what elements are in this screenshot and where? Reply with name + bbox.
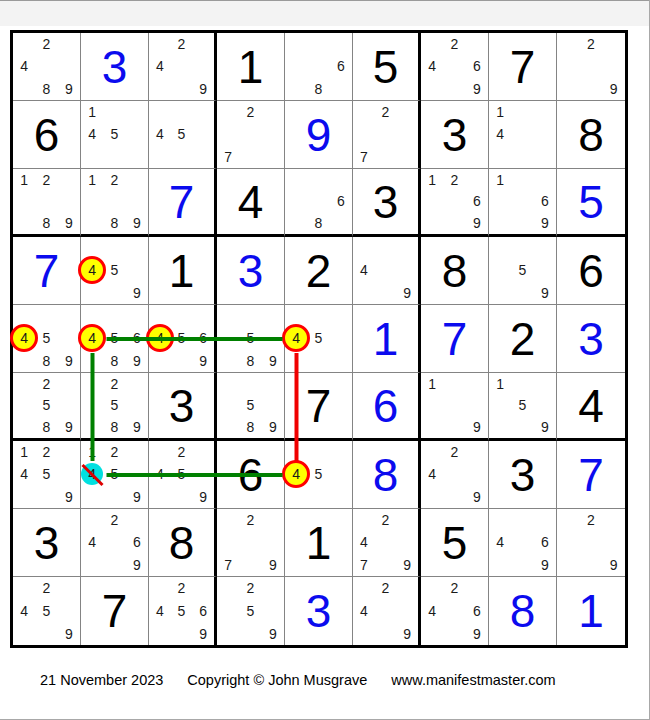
- pencil-marks: 249: [353, 577, 418, 645]
- cell-r8c6[interactable]: 2479: [353, 509, 421, 577]
- candidate-4: 4: [81, 463, 103, 485]
- candidate-5: 5: [171, 600, 193, 623]
- cell-r1c1[interactable]: 2489: [13, 33, 81, 101]
- empty-candidate-slot: [126, 191, 148, 213]
- solved-digit-7: 7: [149, 169, 214, 234]
- empty-candidate-slot: [396, 101, 418, 123]
- empty-candidate-slot: [396, 237, 418, 259]
- empty-candidate-slot: [217, 123, 239, 145]
- empty-candidate-slot: [192, 463, 214, 485]
- empty-candidate-slot: [103, 486, 125, 508]
- empty-candidate-slot: [580, 55, 603, 77]
- empty-candidate-slot: [489, 237, 511, 259]
- cell-r8c4[interactable]: 279: [217, 509, 285, 577]
- pencil-marks: 12459: [81, 441, 148, 508]
- empty-candidate-slot: [217, 305, 239, 327]
- candidate-4: 4: [353, 600, 375, 623]
- empty-candidate-slot: [262, 305, 284, 327]
- empty-candidate-slot: [396, 600, 418, 623]
- cell-r2c4[interactable]: 27: [217, 101, 285, 169]
- empty-candidate-slot: [511, 146, 533, 168]
- empty-candidate-slot: [396, 123, 418, 145]
- candidate-9: 9: [192, 78, 214, 100]
- cell-r3c9[interactable]: 5: [557, 169, 625, 237]
- candidate-2: 2: [239, 101, 261, 123]
- solved-digit-1: 1: [353, 305, 418, 372]
- cell-r2c2[interactable]: 145: [81, 101, 149, 169]
- candidate-8: 8: [103, 416, 125, 438]
- empty-candidate-slot: [13, 350, 35, 372]
- cell-r2c5[interactable]: 9: [285, 101, 353, 169]
- empty-candidate-slot: [330, 441, 352, 463]
- given-digit-3: 3: [421, 101, 488, 168]
- pencil-marks: 2479: [353, 509, 418, 576]
- cell-r1c2[interactable]: 3: [81, 33, 149, 101]
- empty-candidate-slot: [602, 55, 625, 77]
- empty-candidate-slot: [149, 146, 171, 168]
- empty-candidate-slot: [396, 259, 418, 281]
- empty-candidate-slot: [285, 33, 307, 55]
- cell-r4c8[interactable]: 59: [489, 237, 557, 305]
- pencil-marks: 29: [557, 33, 625, 100]
- cell-r3c5[interactable]: 68: [285, 169, 353, 237]
- sudoku-app-page: { "game": "sudoku", "position": ".3.1.5.…: [0, 0, 650, 720]
- empty-candidate-slot: [580, 78, 603, 100]
- empty-candidate-slot: [217, 350, 239, 372]
- empty-candidate-slot: [580, 554, 603, 576]
- candidate-5: 5: [35, 463, 57, 485]
- cell-r6c4[interactable]: 589: [217, 373, 285, 441]
- candidate-4: 4: [149, 123, 171, 145]
- empty-candidate-slot: [511, 509, 533, 531]
- cell-r2c3[interactable]: 45: [149, 101, 217, 169]
- candidate-4: 4: [81, 327, 103, 349]
- cell-r5c8[interactable]: 2: [489, 305, 557, 373]
- footer-website: www.manifestmaster.com: [391, 672, 555, 688]
- candidate-6: 6: [192, 327, 214, 349]
- empty-candidate-slot: [58, 169, 80, 191]
- cell-r1c5[interactable]: 68: [285, 33, 353, 101]
- empty-candidate-slot: [580, 531, 603, 553]
- empty-candidate-slot: [81, 486, 103, 508]
- candidate-9: 9: [58, 212, 80, 234]
- candidate-2: 2: [375, 509, 397, 531]
- empty-candidate-slot: [285, 55, 307, 77]
- empty-candidate-slot: [58, 33, 80, 55]
- pencil-marks: 59: [489, 237, 556, 304]
- empty-candidate-slot: [511, 212, 533, 234]
- empty-candidate-slot: [375, 282, 397, 304]
- empty-candidate-slot: [217, 327, 239, 349]
- candidate-2: 2: [35, 577, 57, 600]
- empty-candidate-slot: [489, 554, 511, 576]
- pencil-marks: 4569: [149, 305, 214, 372]
- cell-r8c3[interactable]: 8: [149, 509, 217, 577]
- candidate-9: 9: [192, 350, 214, 372]
- empty-candidate-slot: [239, 531, 261, 553]
- candidate-4: 4: [285, 327, 307, 349]
- candidate-9: 9: [466, 78, 488, 100]
- empty-candidate-slot: [307, 441, 329, 463]
- candidate-5: 5: [511, 395, 533, 417]
- pencil-marks: 19: [421, 373, 488, 438]
- candidate-4: 4: [13, 55, 35, 77]
- empty-candidate-slot: [557, 509, 580, 531]
- empty-candidate-slot: [511, 101, 533, 123]
- candidate-5: 5: [35, 600, 57, 623]
- empty-candidate-slot: [375, 531, 397, 553]
- candidate-2: 2: [103, 441, 125, 463]
- candidate-5: 5: [511, 259, 533, 281]
- cell-r8c1[interactable]: 3: [13, 509, 81, 577]
- empty-candidate-slot: [511, 191, 533, 213]
- candidate-2: 2: [239, 577, 261, 600]
- empty-candidate-slot: [149, 486, 171, 508]
- candidate-9: 9: [466, 212, 488, 234]
- empty-candidate-slot: [262, 327, 284, 349]
- cell-r9c3[interactable]: 24569: [149, 577, 217, 645]
- cell-r5c9[interactable]: 3: [557, 305, 625, 373]
- cell-r6c3[interactable]: 3: [149, 373, 217, 441]
- pencil-marks: 2469: [421, 33, 488, 100]
- empty-candidate-slot: [149, 350, 171, 372]
- cell-r4c9[interactable]: 6: [557, 237, 625, 305]
- cell-r7c6[interactable]: 8: [353, 441, 421, 509]
- empty-candidate-slot: [13, 191, 35, 213]
- cell-r4c7[interactable]: 8: [421, 237, 489, 305]
- candidate-9: 9: [602, 554, 625, 576]
- cell-r8c2[interactable]: 2469: [81, 509, 149, 577]
- empty-candidate-slot: [534, 373, 556, 395]
- cell-r8c5[interactable]: 1: [285, 509, 353, 577]
- cell-r7c7[interactable]: 249: [421, 441, 489, 509]
- cell-r5c7[interactable]: 7: [421, 305, 489, 373]
- cell-r9c2[interactable]: 7: [81, 577, 149, 645]
- cell-r6c8[interactable]: 159: [489, 373, 557, 441]
- candidate-6: 6: [466, 600, 488, 623]
- solved-digit-9: 9: [285, 101, 352, 168]
- cell-r2c8[interactable]: 14: [489, 101, 557, 169]
- cell-r5c5[interactable]: 45: [285, 305, 353, 373]
- cell-r7c4[interactable]: 6: [217, 441, 285, 509]
- empty-candidate-slot: [307, 350, 329, 372]
- empty-candidate-slot: [443, 416, 465, 438]
- cell-r5c4[interactable]: 589: [217, 305, 285, 373]
- cell-r7c5[interactable]: 45: [285, 441, 353, 509]
- candidate-9: 9: [126, 554, 148, 576]
- candidate-2: 2: [103, 169, 125, 191]
- empty-candidate-slot: [58, 463, 80, 485]
- empty-candidate-slot: [81, 212, 103, 234]
- empty-candidate-slot: [330, 463, 352, 485]
- pencil-marks: 169: [489, 169, 556, 234]
- empty-candidate-slot: [192, 123, 214, 145]
- empty-candidate-slot: [81, 191, 103, 213]
- cell-r8c7[interactable]: 5: [421, 509, 489, 577]
- empty-candidate-slot: [353, 622, 375, 645]
- given-digit-3: 3: [13, 509, 80, 576]
- candidate-9: 9: [58, 622, 80, 645]
- candidate-4: 4: [353, 531, 375, 553]
- empty-candidate-slot: [511, 416, 533, 438]
- cell-r9c6[interactable]: 249: [353, 577, 421, 645]
- candidate-5: 5: [239, 395, 261, 417]
- empty-candidate-slot: [534, 101, 556, 123]
- empty-candidate-slot: [217, 622, 239, 645]
- pencil-marks: 68: [285, 169, 352, 234]
- empty-candidate-slot: [171, 350, 193, 372]
- empty-candidate-slot: [375, 259, 397, 281]
- candidate-1: 1: [13, 441, 35, 463]
- candidate-4: 4: [13, 327, 35, 349]
- candidate-2: 2: [35, 169, 57, 191]
- candidate-2: 2: [375, 577, 397, 600]
- candidate-4: 4: [149, 463, 171, 485]
- empty-candidate-slot: [421, 441, 443, 463]
- empty-candidate-slot: [217, 600, 239, 623]
- empty-candidate-slot: [602, 509, 625, 531]
- empty-candidate-slot: [557, 554, 580, 576]
- empty-candidate-slot: [13, 395, 35, 417]
- empty-candidate-slot: [396, 577, 418, 600]
- cell-r6c2[interactable]: 2589: [81, 373, 149, 441]
- pencil-marks: 249: [149, 33, 214, 100]
- empty-candidate-slot: [81, 350, 103, 372]
- empty-candidate-slot: [353, 282, 375, 304]
- pencil-marks: 27: [353, 101, 418, 168]
- empty-candidate-slot: [58, 373, 80, 395]
- empty-candidate-slot: [511, 237, 533, 259]
- cell-r9c7[interactable]: 2469: [421, 577, 489, 645]
- candidate-4: 4: [489, 531, 511, 553]
- given-digit-8: 8: [421, 237, 488, 304]
- empty-candidate-slot: [58, 305, 80, 327]
- empty-candidate-slot: [217, 416, 239, 438]
- empty-candidate-slot: [149, 577, 171, 600]
- given-digit-1: 1: [217, 33, 284, 100]
- empty-candidate-slot: [81, 416, 103, 438]
- empty-candidate-slot: [466, 395, 488, 417]
- pencil-marks: 589: [217, 373, 284, 438]
- cell-r5c2[interactable]: 45689: [81, 305, 149, 373]
- empty-candidate-slot: [217, 395, 239, 417]
- empty-candidate-slot: [421, 395, 443, 417]
- cell-r5c3[interactable]: 4569: [149, 305, 217, 373]
- pencil-marks: 589: [217, 305, 284, 372]
- empty-candidate-slot: [489, 395, 511, 417]
- empty-candidate-slot: [103, 305, 125, 327]
- given-digit-7: 7: [285, 373, 352, 438]
- empty-candidate-slot: [149, 78, 171, 100]
- cell-r6c7[interactable]: 19: [421, 373, 489, 441]
- cell-r3c6[interactable]: 3: [353, 169, 421, 237]
- candidate-1: 1: [489, 373, 511, 395]
- cell-r3c3[interactable]: 7: [149, 169, 217, 237]
- cell-r2c6[interactable]: 27: [353, 101, 421, 169]
- empty-candidate-slot: [375, 146, 397, 168]
- candidate-8: 8: [103, 212, 125, 234]
- given-digit-3: 3: [489, 441, 556, 508]
- solved-digit-3: 3: [217, 237, 284, 304]
- empty-candidate-slot: [126, 259, 148, 281]
- cell-r3c8[interactable]: 169: [489, 169, 557, 237]
- empty-candidate-slot: [192, 146, 214, 168]
- empty-candidate-slot: [285, 350, 307, 372]
- candidate-2: 2: [103, 373, 125, 395]
- cell-r1c3[interactable]: 249: [149, 33, 217, 101]
- candidate-9: 9: [58, 350, 80, 372]
- cell-r7c9[interactable]: 7: [557, 441, 625, 509]
- pencil-marks: 4589: [13, 305, 80, 372]
- empty-candidate-slot: [103, 554, 125, 576]
- empty-candidate-slot: [534, 259, 556, 281]
- empty-candidate-slot: [443, 191, 465, 213]
- cell-r7c8[interactable]: 3: [489, 441, 557, 509]
- given-digit-8: 8: [149, 509, 214, 576]
- cell-r1c7[interactable]: 2469: [421, 33, 489, 101]
- empty-candidate-slot: [557, 78, 580, 100]
- empty-candidate-slot: [239, 622, 261, 645]
- cell-r1c6[interactable]: 5: [353, 33, 421, 101]
- candidate-7: 7: [353, 554, 375, 576]
- cell-r9c5[interactable]: 3: [285, 577, 353, 645]
- cell-r4c2[interactable]: 459: [81, 237, 149, 305]
- cell-r1c9[interactable]: 29: [557, 33, 625, 101]
- candidate-2: 2: [443, 577, 465, 600]
- empty-candidate-slot: [262, 577, 284, 600]
- empty-candidate-slot: [466, 33, 488, 55]
- cell-r7c1[interactable]: 12459: [13, 441, 81, 509]
- candidate-1: 1: [489, 101, 511, 123]
- candidate-1: 1: [421, 169, 443, 191]
- empty-candidate-slot: [511, 123, 533, 145]
- cell-r4c4[interactable]: 3: [217, 237, 285, 305]
- cell-r4c5[interactable]: 2: [285, 237, 353, 305]
- given-digit-8: 8: [557, 101, 625, 168]
- candidate-9: 9: [126, 350, 148, 372]
- empty-candidate-slot: [171, 55, 193, 77]
- candidate-2: 2: [35, 441, 57, 463]
- pencil-marks: 1289: [81, 169, 148, 234]
- empty-candidate-slot: [511, 531, 533, 553]
- candidate-4: 4: [81, 123, 103, 145]
- cell-r9c4[interactable]: 259: [217, 577, 285, 645]
- candidate-5: 5: [103, 259, 125, 281]
- empty-candidate-slot: [466, 373, 488, 395]
- candidate-9: 9: [192, 486, 214, 508]
- empty-candidate-slot: [81, 395, 103, 417]
- candidate-9: 9: [58, 416, 80, 438]
- cell-r8c9[interactable]: 29: [557, 509, 625, 577]
- cell-r4c1[interactable]: 7: [13, 237, 81, 305]
- candidate-2: 2: [35, 373, 57, 395]
- pencil-marks: 2469: [81, 509, 148, 576]
- cell-r2c9[interactable]: 8: [557, 101, 625, 169]
- empty-candidate-slot: [239, 146, 261, 168]
- cell-r6c6[interactable]: 6: [353, 373, 421, 441]
- candidate-6: 6: [126, 327, 148, 349]
- empty-candidate-slot: [330, 169, 352, 191]
- cell-r5c6[interactable]: 1: [353, 305, 421, 373]
- solved-digit-6: 6: [353, 373, 418, 438]
- empty-candidate-slot: [192, 305, 214, 327]
- cell-r4c3[interactable]: 1: [149, 237, 217, 305]
- cell-r6c1[interactable]: 2589: [13, 373, 81, 441]
- solved-digit-8: 8: [353, 441, 418, 508]
- candidate-2: 2: [35, 33, 57, 55]
- cell-r3c7[interactable]: 1269: [421, 169, 489, 237]
- empty-candidate-slot: [421, 191, 443, 213]
- empty-candidate-slot: [285, 212, 307, 234]
- empty-candidate-slot: [58, 395, 80, 417]
- given-digit-4: 4: [557, 373, 625, 438]
- candidate-1: 1: [489, 169, 511, 191]
- empty-candidate-slot: [511, 169, 533, 191]
- cell-r3c1[interactable]: 1289: [13, 169, 81, 237]
- cell-r8c8[interactable]: 469: [489, 509, 557, 577]
- cell-r6c9[interactable]: 4: [557, 373, 625, 441]
- cell-r7c2[interactable]: 12459: [81, 441, 149, 509]
- cell-r4c6[interactable]: 49: [353, 237, 421, 305]
- cell-r3c4[interactable]: 4: [217, 169, 285, 237]
- candidate-8: 8: [35, 212, 57, 234]
- pencil-marks: 45689: [81, 305, 148, 372]
- candidate-5: 5: [103, 327, 125, 349]
- cell-r2c7[interactable]: 3: [421, 101, 489, 169]
- cell-r3c2[interactable]: 1289: [81, 169, 149, 237]
- candidate-6: 6: [330, 55, 352, 77]
- empty-candidate-slot: [171, 305, 193, 327]
- candidate-9: 9: [262, 416, 284, 438]
- pencil-marks: 1269: [421, 169, 488, 234]
- empty-candidate-slot: [443, 212, 465, 234]
- empty-candidate-slot: [126, 237, 148, 259]
- candidate-9: 9: [396, 282, 418, 304]
- empty-candidate-slot: [307, 169, 329, 191]
- cell-r1c8[interactable]: 7: [489, 33, 557, 101]
- candidate-9: 9: [262, 622, 284, 645]
- empty-candidate-slot: [534, 146, 556, 168]
- empty-candidate-slot: [534, 395, 556, 417]
- empty-candidate-slot: [511, 373, 533, 395]
- cell-r2c1[interactable]: 6: [13, 101, 81, 169]
- empty-candidate-slot: [421, 577, 443, 600]
- cell-r9c9[interactable]: 1: [557, 577, 625, 645]
- cell-r6c5[interactable]: 7: [285, 373, 353, 441]
- empty-candidate-slot: [262, 395, 284, 417]
- empty-candidate-slot: [149, 33, 171, 55]
- candidate-5: 5: [171, 463, 193, 485]
- candidate-2: 2: [580, 33, 603, 55]
- cell-r9c1[interactable]: 2459: [13, 577, 81, 645]
- cell-r9c8[interactable]: 8: [489, 577, 557, 645]
- cell-r5c1[interactable]: 4589: [13, 305, 81, 373]
- cell-r7c3[interactable]: 2459: [149, 441, 217, 509]
- cell-r1c4[interactable]: 1: [217, 33, 285, 101]
- empty-candidate-slot: [421, 212, 443, 234]
- candidate-4: 4: [149, 600, 171, 623]
- pencil-marks: 14: [489, 101, 556, 168]
- empty-candidate-slot: [149, 441, 171, 463]
- empty-candidate-slot: [103, 101, 125, 123]
- empty-candidate-slot: [421, 622, 443, 645]
- candidate-4: 4: [285, 463, 307, 485]
- candidate-4: 4: [13, 463, 35, 485]
- given-digit-6: 6: [13, 101, 80, 168]
- pencil-marks: 2489: [13, 33, 80, 100]
- empty-candidate-slot: [307, 191, 329, 213]
- empty-candidate-slot: [443, 395, 465, 417]
